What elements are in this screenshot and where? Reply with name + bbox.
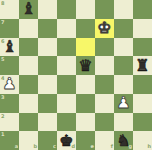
square-h7[interactable] [133,19,152,38]
black-queen-e5[interactable]: ♛ [78,57,92,73]
square-g1[interactable]: g♞ [114,131,133,150]
square-c5[interactable] [38,56,57,75]
square-b5[interactable] [19,56,38,75]
coord-rank-1: 1 [1,132,4,137]
square-e3[interactable] [76,94,95,113]
square-c8[interactable] [38,0,57,19]
square-d7[interactable] [57,19,76,38]
square-g6[interactable] [114,38,133,57]
coord-rank-2: 2 [1,114,4,119]
square-c2[interactable] [38,113,57,132]
square-h8[interactable] [133,0,152,19]
square-c6[interactable] [38,38,57,57]
white-pawn-g3[interactable]: ♟ [116,95,130,111]
square-f6[interactable] [95,38,114,57]
black-rook-h5[interactable]: ♜ [135,57,149,73]
square-e6[interactable] [76,38,95,57]
square-b6[interactable] [19,38,38,57]
coord-file-c: c [53,144,56,149]
square-d8[interactable] [57,0,76,19]
coord-rank-8: 8 [1,1,4,6]
square-b8[interactable]: ♝ [19,0,38,19]
square-a3[interactable]: 3 [0,94,19,113]
square-h5[interactable]: ♜ [133,56,152,75]
square-b1[interactable]: b [19,131,38,150]
coord-file-f: f [111,144,113,149]
square-h4[interactable] [133,75,152,94]
square-c1[interactable]: c [38,131,57,150]
coord-rank-3: 3 [1,95,4,100]
square-h3[interactable] [133,94,152,113]
square-g5[interactable] [114,56,133,75]
square-d3[interactable] [57,94,76,113]
white-pawn-a4[interactable]: ♟ [2,76,16,92]
black-bishop-a6[interactable]: ♝ [2,38,16,54]
square-a2[interactable]: 2 [0,113,19,132]
square-d5[interactable] [57,56,76,75]
square-d4[interactable] [57,75,76,94]
square-f3[interactable] [95,94,114,113]
square-a1[interactable]: 1a [0,131,19,150]
chess-board: 8♝7♚6♝5♛♜4♟3♟21abcd♚efg♞h [0,0,152,150]
square-e4[interactable] [76,75,95,94]
square-d6[interactable] [57,38,76,57]
square-f7[interactable]: ♚ [95,19,114,38]
square-h2[interactable] [133,113,152,132]
square-e5[interactable]: ♛ [76,56,95,75]
square-c7[interactable] [38,19,57,38]
black-knight-g1[interactable]: ♞ [116,132,130,148]
square-e8[interactable] [76,0,95,19]
square-c4[interactable] [38,75,57,94]
square-b4[interactable] [19,75,38,94]
square-a5[interactable]: 5 [0,56,19,75]
square-a6[interactable]: 6♝ [0,38,19,57]
coord-rank-5: 5 [1,57,4,62]
coord-file-h: h [147,144,151,149]
square-g7[interactable] [114,19,133,38]
square-e7[interactable] [76,19,95,38]
square-g8[interactable] [114,0,133,19]
square-f1[interactable]: f [95,131,114,150]
coord-file-a: a [15,144,18,149]
square-g4[interactable] [114,75,133,94]
black-king-d1[interactable]: ♚ [59,132,73,148]
square-h6[interactable] [133,38,152,57]
square-d2[interactable] [57,113,76,132]
black-bishop-b8[interactable]: ♝ [21,1,35,17]
coord-file-b: b [33,144,37,149]
square-e1[interactable]: e [76,131,95,150]
white-king-f7[interactable]: ♚ [97,20,111,36]
square-f8[interactable] [95,0,114,19]
square-b7[interactable] [19,19,38,38]
square-e2[interactable] [76,113,95,132]
square-g3[interactable]: ♟ [114,94,133,113]
square-c3[interactable] [38,94,57,113]
square-f2[interactable] [95,113,114,132]
coord-file-e: e [91,144,94,149]
square-a4[interactable]: 4♟ [0,75,19,94]
square-f4[interactable] [95,75,114,94]
square-f5[interactable] [95,56,114,75]
square-b3[interactable] [19,94,38,113]
square-h1[interactable]: h [133,131,152,150]
square-a7[interactable]: 7 [0,19,19,38]
coord-rank-7: 7 [1,20,4,25]
square-d1[interactable]: d♚ [57,131,76,150]
square-g2[interactable] [114,113,133,132]
square-a8[interactable]: 8 [0,0,19,19]
square-b2[interactable] [19,113,38,132]
